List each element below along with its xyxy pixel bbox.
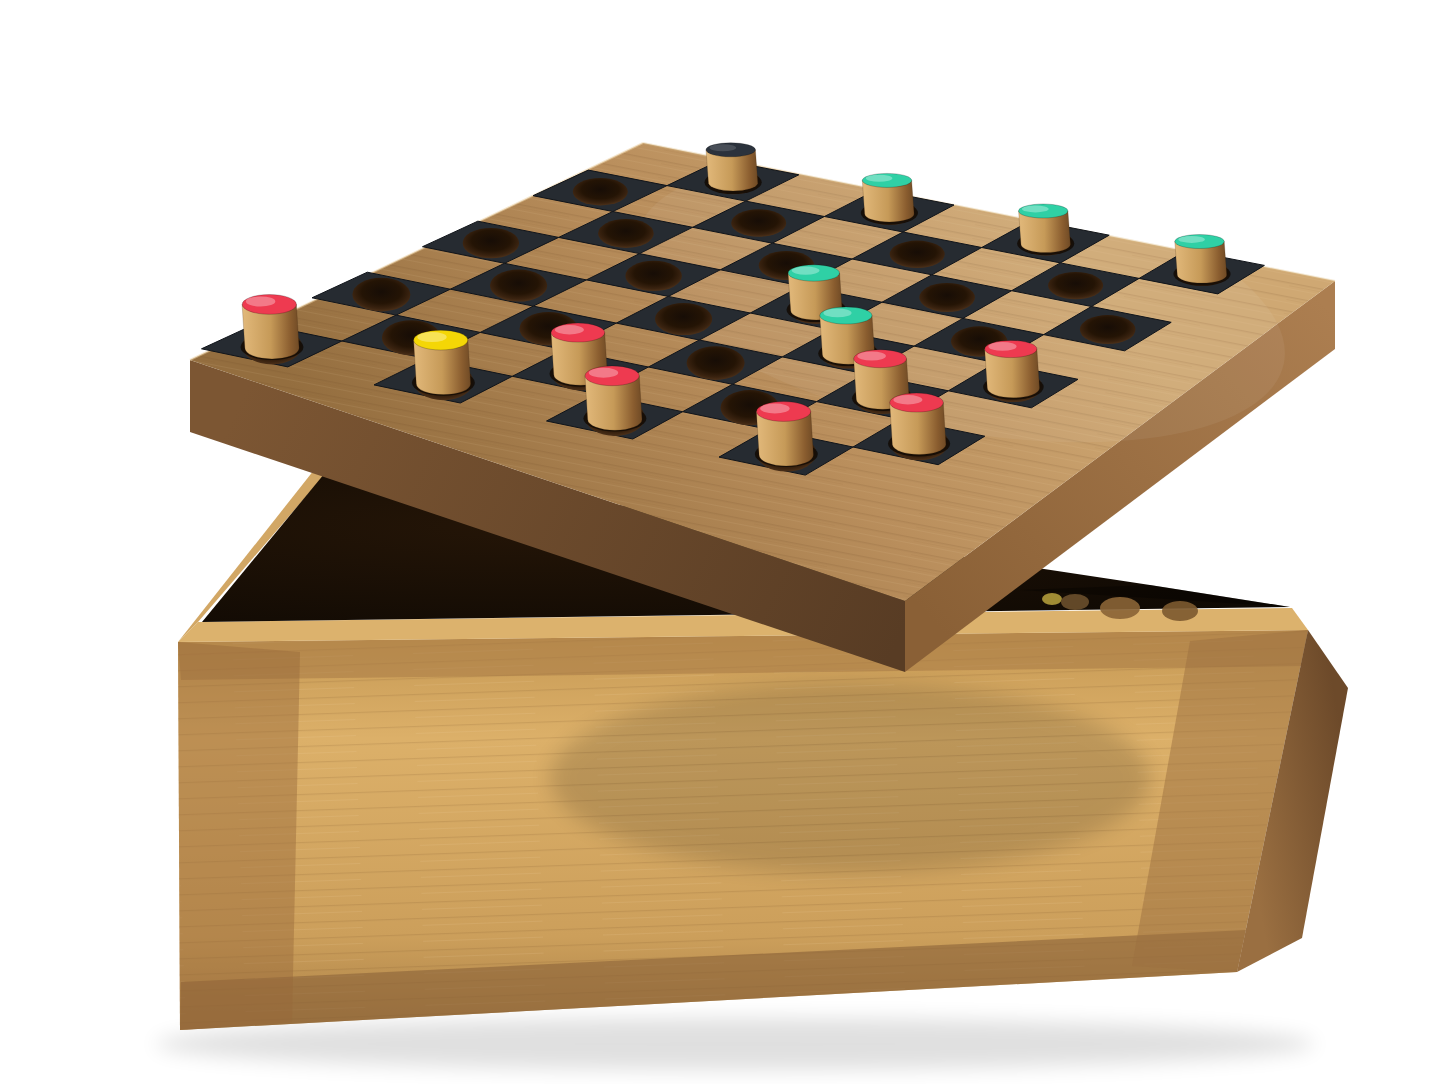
peg-cap-highlight: [1022, 205, 1049, 212]
stored-peg-yellow: [1042, 593, 1062, 605]
board-shadow-on-box: [550, 683, 1150, 873]
hole-r6c1[interactable]: [352, 278, 410, 312]
peg-red-r8c7[interactable]: [755, 402, 818, 468]
peg-cap-highlight: [417, 332, 446, 342]
peg-green-r1c8[interactable]: [1173, 235, 1230, 286]
peg-red-r5c8[interactable]: [983, 340, 1044, 399]
hole-r2c3[interactable]: [731, 209, 786, 236]
peg-cap-highlight: [792, 267, 820, 275]
peg-red-r8c1[interactable]: [241, 295, 304, 361]
peg-cap-highlight: [555, 325, 584, 334]
peg-green-r1c4[interactable]: [861, 173, 918, 224]
peg-black-r1c2[interactable]: [705, 143, 762, 194]
peg-cap-highlight: [1178, 236, 1205, 243]
stored-peg-wood-2: [1162, 601, 1198, 621]
stored-peg-wood-3: [1061, 594, 1089, 610]
hole-r4c1[interactable]: [463, 228, 519, 258]
hole-r2c7[interactable]: [1048, 272, 1103, 299]
peg-cap-highlight: [857, 352, 886, 361]
peg-cap-highlight: [760, 404, 789, 414]
hole-r2c5[interactable]: [890, 241, 945, 268]
peg-cap-highlight: [988, 342, 1016, 351]
hole-r4c3[interactable]: [625, 261, 681, 291]
hole-r6c5[interactable]: [687, 346, 745, 380]
hole-r3c6[interactable]: [919, 283, 975, 312]
peg-green-r1c6[interactable]: [1017, 204, 1074, 255]
hole-r5c2[interactable]: [490, 270, 547, 302]
peg-cap-highlight: [823, 309, 851, 318]
stored-peg-wood-1: [1100, 597, 1140, 619]
box-front-left-band: [178, 642, 300, 1030]
peg-cap-highlight: [589, 368, 618, 378]
hole-r3c8[interactable]: [1080, 315, 1136, 344]
peg-red-r8c5[interactable]: [583, 366, 646, 432]
peg-cap-highlight: [710, 144, 737, 151]
screenshot-root: [0, 0, 1445, 1084]
hole-r5c4[interactable]: [655, 303, 712, 335]
peg-cap-highlight: [866, 175, 893, 182]
peg-red-r7c8[interactable]: [888, 393, 950, 457]
peg-cap-highlight: [893, 395, 922, 404]
scene-svg: [0, 0, 1445, 1084]
hole-r2c1[interactable]: [573, 178, 628, 205]
peg-cap-highlight: [246, 296, 275, 306]
peg-yellow-r8c3[interactable]: [412, 330, 475, 396]
hole-r3c2[interactable]: [598, 219, 654, 248]
ground-shadow: [155, 1018, 1315, 1070]
